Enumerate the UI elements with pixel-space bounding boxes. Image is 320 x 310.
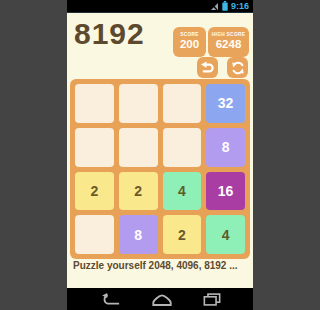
recents-button[interactable] (203, 293, 221, 306)
score-badge: SCORE 200 (173, 27, 206, 57)
game-board[interactable]: 32 8 2 2 4 16 8 2 4 (70, 79, 250, 259)
high-score-badge: HIGH SCORE 6248 (208, 27, 249, 57)
score-value: 200 (173, 38, 206, 50)
battery-icon (222, 1, 228, 11)
cell-r1c3: 8 (206, 128, 245, 167)
status-bar: 9:16 (67, 0, 253, 13)
cell-r1c2 (163, 128, 202, 167)
cell-r0c2 (163, 84, 202, 123)
recents-icon (203, 293, 221, 306)
game-app: 8192 SCORE 200 HIGH SCORE 6248 (67, 13, 253, 288)
status-time: 9:16 (231, 0, 249, 12)
cell-r3c3: 4 (206, 215, 245, 254)
home-icon (151, 293, 173, 306)
home-button[interactable] (151, 293, 173, 306)
cell-r2c1: 2 (119, 172, 158, 211)
cell-r0c1 (119, 84, 158, 123)
cell-r3c0 (75, 215, 114, 254)
back-icon (99, 293, 120, 306)
undo-button[interactable] (197, 57, 218, 78)
tagline-text: Puzzle yourself 2048, 4096, 8192 ... (73, 260, 238, 271)
android-nav-bar (67, 288, 253, 310)
cell-r1c0 (75, 128, 114, 167)
page-title: 8192 (74, 17, 145, 51)
cell-r2c0: 2 (75, 172, 114, 211)
high-score-value: 6248 (208, 38, 249, 50)
signal-icon (210, 2, 219, 11)
cell-r2c2: 4 (163, 172, 202, 211)
cell-r1c1 (119, 128, 158, 167)
refresh-icon (231, 61, 245, 75)
cell-r0c0 (75, 84, 114, 123)
back-button[interactable] (99, 293, 120, 306)
restart-button[interactable] (227, 57, 248, 78)
cell-r2c3: 16 (206, 172, 245, 211)
undo-arrow-icon (200, 61, 215, 75)
cell-r3c1: 8 (119, 215, 158, 254)
phone-screen: 9:16 8192 SCORE 200 HIGH SCORE 6248 (67, 0, 253, 310)
cell-r3c2: 2 (163, 215, 202, 254)
cell-r0c3: 32 (206, 84, 245, 123)
score-label: SCORE (173, 32, 206, 37)
high-score-label: HIGH SCORE (208, 32, 249, 37)
